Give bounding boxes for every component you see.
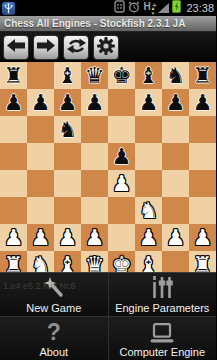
square-e3[interactable] (108, 197, 135, 224)
data-down-arrow-icon: ▼ (151, 11, 156, 16)
title-bar: Chess All Engines - Stockfish 2.3.1 JA (0, 16, 216, 32)
black-pawn: ♟ (85, 89, 105, 116)
square-a3[interactable] (0, 197, 27, 224)
square-h7[interactable]: ♟ (189, 89, 216, 116)
flip-sides-button[interactable] (63, 35, 89, 60)
square-b4[interactable] (27, 170, 54, 197)
gear-icon (96, 36, 116, 59)
square-f3[interactable]: ♞ (135, 197, 162, 224)
square-e5[interactable]: ♟ (108, 143, 135, 170)
redo-move-button[interactable] (33, 35, 59, 60)
menu-item-about[interactable]: ? About (0, 317, 108, 360)
white-pawn: ♟ (193, 224, 213, 251)
black-pawn: ♟ (193, 89, 213, 116)
black-pawn: ♟ (31, 89, 51, 116)
square-h8[interactable]: ♜ (189, 62, 216, 89)
menu-item-engine-parameters[interactable]: Engine Parameters (109, 273, 217, 316)
black-knight: ♞ (58, 116, 78, 143)
menu-item-computer-engine[interactable]: Computer Engine (109, 317, 217, 360)
menu-item-label: About (39, 346, 68, 358)
status-bar: H+ ▲ ▼ 23:38 (0, 0, 216, 16)
square-a6[interactable] (0, 116, 27, 143)
square-f4[interactable] (135, 170, 162, 197)
square-a4[interactable] (0, 170, 27, 197)
square-c3[interactable] (54, 197, 81, 224)
white-pawn: ♟ (58, 224, 78, 251)
square-c8[interactable]: ♝ (54, 62, 81, 89)
settings-button[interactable] (93, 35, 119, 60)
square-a8[interactable]: ♜ (0, 62, 27, 89)
menu-item-label: New Game (26, 302, 81, 314)
black-rook: ♜ (4, 62, 24, 89)
square-h6[interactable] (189, 116, 216, 143)
square-e4[interactable]: ♟ (108, 170, 135, 197)
sliders-icon (149, 276, 175, 300)
redo-arrow-icon (37, 39, 55, 55)
square-b6[interactable] (27, 116, 54, 143)
square-e6[interactable] (108, 116, 135, 143)
square-d6[interactable] (81, 116, 108, 143)
square-h2[interactable]: ♟ (189, 224, 216, 251)
square-f5[interactable] (135, 143, 162, 170)
menu-item-new-game[interactable]: New Game (0, 273, 108, 316)
white-pawn: ♟ (139, 224, 159, 251)
app-title: Chess All Engines - Stockfish 2.3.1 JA (4, 18, 185, 29)
undo-move-button[interactable] (3, 35, 29, 60)
black-bishop: ♝ (58, 62, 78, 89)
square-h5[interactable] (189, 143, 216, 170)
white-pawn: ♟ (166, 224, 186, 251)
options-menu: 1.e4 e5 2.Nf3 Nc6 New Game (0, 272, 216, 360)
square-g4[interactable] (162, 170, 189, 197)
square-e7[interactable] (108, 89, 135, 116)
square-e2[interactable] (108, 224, 135, 251)
laptop-icon (148, 320, 176, 344)
square-f2[interactable]: ♟ (135, 224, 162, 251)
square-a7[interactable]: ♟ (0, 89, 27, 116)
app-screen: H+ ▲ ▼ 23:38 Chess All Engines - Stockfi… (0, 0, 216, 360)
square-g5[interactable] (162, 143, 189, 170)
flip-sides-icon (67, 38, 86, 57)
square-g8[interactable]: ♞ (162, 62, 189, 89)
question-mark-icon: ? (47, 320, 61, 344)
white-knight: ♞ (139, 197, 159, 224)
square-h3[interactable] (189, 197, 216, 224)
square-h4[interactable] (189, 170, 216, 197)
menu-item-label: Computer Engine (119, 346, 205, 358)
battery-charging-icon (172, 0, 181, 17)
black-queen: ♛ (85, 62, 105, 89)
undo-arrow-icon (7, 39, 25, 55)
black-pawn: ♟ (166, 89, 186, 116)
black-knight: ♞ (166, 62, 186, 89)
signal-strength-icon (158, 3, 169, 13)
square-g3[interactable] (162, 197, 189, 224)
square-g6[interactable] (162, 116, 189, 143)
black-pawn: ♟ (112, 143, 132, 170)
square-d8[interactable]: ♛ (81, 62, 108, 89)
toolbar (0, 32, 216, 62)
black-king: ♚ (112, 62, 132, 89)
square-d5[interactable] (81, 143, 108, 170)
square-b2[interactable]: ♟ (27, 224, 54, 251)
square-c2[interactable]: ♟ (54, 224, 81, 251)
device-icon (114, 0, 125, 17)
usb-debugging-icon (2, 2, 15, 15)
alarm-clock-icon (128, 0, 140, 17)
square-g7[interactable]: ♟ (162, 89, 189, 116)
black-pawn: ♟ (4, 89, 24, 116)
square-b3[interactable] (27, 197, 54, 224)
square-d7[interactable]: ♟ (81, 89, 108, 116)
square-f8[interactable]: ♝ (135, 62, 162, 89)
square-b7[interactable]: ♟ (27, 89, 54, 116)
white-pawn: ♟ (112, 170, 132, 197)
square-c6[interactable]: ♞ (54, 116, 81, 143)
square-d3[interactable] (81, 197, 108, 224)
square-d2[interactable]: ♟ (81, 224, 108, 251)
square-b8[interactable] (27, 62, 54, 89)
square-b5[interactable] (27, 143, 54, 170)
square-c7[interactable]: ♟ (54, 89, 81, 116)
hspa-plus-icon: H+ ▲ ▼ (143, 2, 155, 15)
square-c5[interactable] (54, 143, 81, 170)
square-d4[interactable] (81, 170, 108, 197)
black-pawn: ♟ (139, 89, 159, 116)
black-rook: ♜ (193, 62, 213, 89)
square-f7[interactable]: ♟ (135, 89, 162, 116)
square-a5[interactable] (0, 143, 27, 170)
square-a2[interactable]: ♟ (0, 224, 27, 251)
wand-icon (42, 276, 66, 300)
chess-board: ♜♝♛♚♝♞♜♟♟♟♟♟♟♟♞♟♟♞♟♟♟♟♟♟♟♜♞♝♛♚♝♜ (0, 62, 216, 278)
square-c4[interactable] (54, 170, 81, 197)
square-f6[interactable] (135, 116, 162, 143)
menu-item-label: Engine Parameters (115, 302, 209, 314)
white-pawn: ♟ (31, 224, 51, 251)
square-e8[interactable]: ♚ (108, 62, 135, 89)
white-pawn: ♟ (4, 224, 24, 251)
black-pawn: ♟ (58, 89, 78, 116)
square-g2[interactable]: ♟ (162, 224, 189, 251)
black-bishop: ♝ (139, 62, 159, 89)
clock-text: 23:38 (186, 0, 214, 16)
white-pawn: ♟ (85, 224, 105, 251)
